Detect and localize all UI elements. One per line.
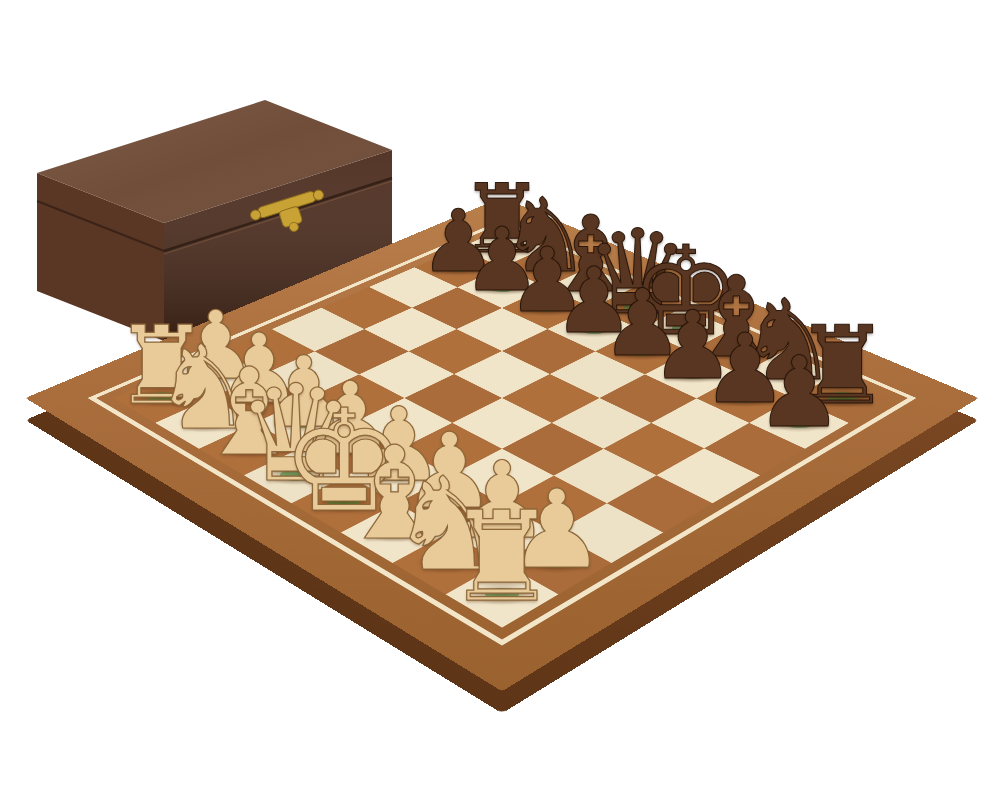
chess-set-product-photo: ♜♞♟♝♟♛♟♚♟♝♟♞♟♟♜♟♟♜♟♟♞♟♝♟♛♟♚♟♝♟♞♜: [0, 0, 1000, 800]
